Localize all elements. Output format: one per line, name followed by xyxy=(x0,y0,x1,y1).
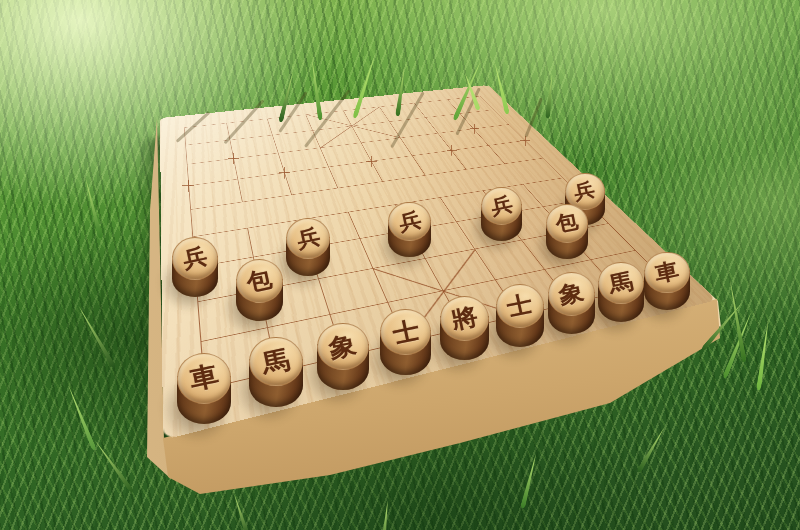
piece-top-face: 車 xyxy=(644,252,689,294)
piece-chariot-2[interactable]: 車 xyxy=(644,252,689,311)
piece-advisor-1[interactable]: 士 xyxy=(380,309,431,375)
position-marker xyxy=(470,124,480,134)
position-marker xyxy=(182,180,194,192)
piece-glyph: 象 xyxy=(327,332,359,362)
piece-elephant-1[interactable]: 象 xyxy=(317,323,369,390)
piece-glyph: 將 xyxy=(450,304,480,332)
piece-glyph: 包 xyxy=(554,211,580,235)
piece-top-face: 包 xyxy=(236,259,284,303)
piece-soldier-2[interactable]: 兵 xyxy=(286,218,330,276)
piece-cannon-2[interactable]: 包 xyxy=(546,204,588,259)
piece-chariot-1[interactable]: 車 xyxy=(177,353,232,424)
piece-top-face: 包 xyxy=(546,204,588,243)
piece-glyph: 象 xyxy=(557,281,586,308)
piece-glyph: 兵 xyxy=(573,180,597,203)
piece-glyph: 士 xyxy=(390,318,421,347)
piece-glyph: 包 xyxy=(245,267,274,294)
piece-top-face: 士 xyxy=(496,284,544,328)
position-marker xyxy=(228,153,239,164)
piece-glyph: 兵 xyxy=(489,194,514,218)
piece-glyph: 馬 xyxy=(607,270,635,297)
piece-general[interactable]: 將 xyxy=(440,296,489,360)
piece-elephant-2[interactable]: 象 xyxy=(548,272,595,333)
piece-top-face: 象 xyxy=(317,323,369,371)
piece-horse-1[interactable]: 馬 xyxy=(249,337,302,406)
piece-top-face: 兵 xyxy=(172,237,218,280)
piece-top-face: 馬 xyxy=(249,337,302,386)
scene: 兵兵兵兵兵包包車馬象士將士象馬車 xyxy=(0,0,800,530)
piece-advisor-2[interactable]: 士 xyxy=(496,284,544,347)
piece-horse-2[interactable]: 馬 xyxy=(598,262,644,322)
position-marker xyxy=(366,156,377,167)
piece-cannon-1[interactable]: 包 xyxy=(236,259,284,321)
piece-top-face: 車 xyxy=(177,353,232,403)
piece-glyph: 兵 xyxy=(181,245,209,272)
piece-top-face: 馬 xyxy=(598,262,644,304)
piece-glyph: 兵 xyxy=(295,226,322,252)
piece-top-face: 兵 xyxy=(481,187,522,225)
piece-soldier-1[interactable]: 兵 xyxy=(172,237,218,297)
piece-glyph: 兵 xyxy=(397,209,423,234)
piece-glyph: 車 xyxy=(187,363,220,395)
position-marker xyxy=(447,145,457,155)
position-marker xyxy=(279,167,290,178)
piece-top-face: 士 xyxy=(380,309,431,356)
piece-glyph: 士 xyxy=(505,292,534,320)
piece-top-face: 象 xyxy=(548,272,595,315)
piece-glyph: 馬 xyxy=(260,347,292,378)
piece-soldier-4[interactable]: 兵 xyxy=(481,187,522,241)
piece-soldier-3[interactable]: 兵 xyxy=(388,202,431,258)
piece-layer: 兵兵兵兵兵包包車馬象士將士象馬車 xyxy=(0,0,800,530)
piece-glyph: 車 xyxy=(653,259,680,285)
